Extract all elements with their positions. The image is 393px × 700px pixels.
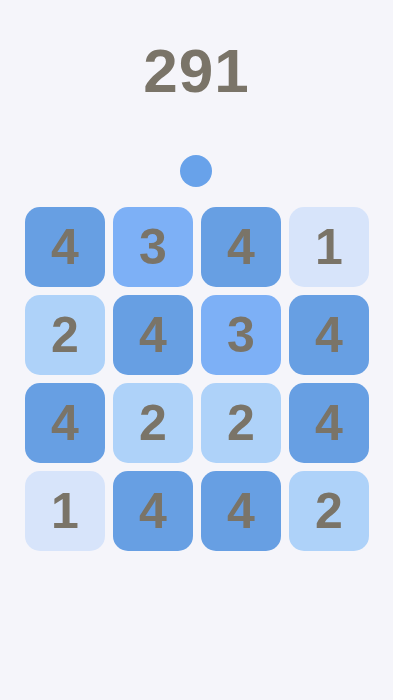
score: 291 bbox=[0, 40, 393, 102]
tile-r3c3[interactable]: 2 bbox=[201, 383, 281, 463]
tile-grid: 4341243442241442 bbox=[25, 207, 369, 551]
tile-r1c3[interactable]: 4 bbox=[201, 207, 281, 287]
tile-r1c4[interactable]: 1 bbox=[289, 207, 369, 287]
tile-r3c4[interactable]: 4 bbox=[289, 383, 369, 463]
tile-r1c1[interactable]: 4 bbox=[25, 207, 105, 287]
tile-r2c2[interactable]: 4 bbox=[113, 295, 193, 375]
tile-r2c3[interactable]: 3 bbox=[201, 295, 281, 375]
tile-r4c1[interactable]: 1 bbox=[25, 471, 105, 551]
tile-r3c1[interactable]: 4 bbox=[25, 383, 105, 463]
tile-r2c4[interactable]: 4 bbox=[289, 295, 369, 375]
game-screen: 291 4341243442241442 bbox=[0, 0, 393, 700]
tile-r4c2[interactable]: 4 bbox=[113, 471, 193, 551]
ball[interactable] bbox=[180, 155, 212, 187]
tile-r4c4[interactable]: 2 bbox=[289, 471, 369, 551]
tile-r2c1[interactable]: 2 bbox=[25, 295, 105, 375]
tile-r3c2[interactable]: 2 bbox=[113, 383, 193, 463]
tile-r1c2[interactable]: 3 bbox=[113, 207, 193, 287]
tile-r4c3[interactable]: 4 bbox=[201, 471, 281, 551]
